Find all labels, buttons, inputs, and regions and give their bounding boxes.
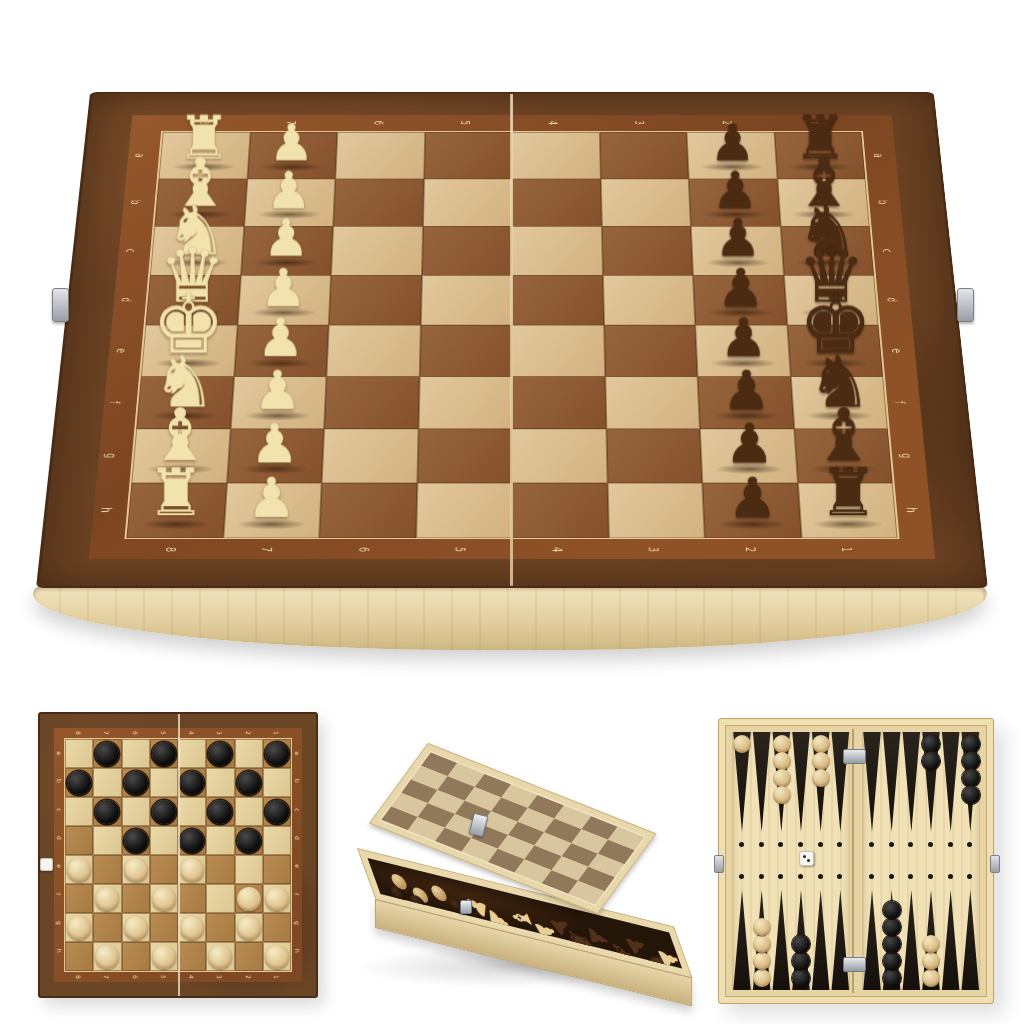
board-coordinate-label: h [100, 508, 114, 513]
checker-piece-dark [265, 742, 289, 766]
clasp-icon [460, 900, 472, 914]
board-coordinate-label: 2 [721, 121, 734, 125]
checker-piece-dark [208, 800, 232, 824]
chess-square [689, 179, 781, 227]
checkers-board: 88aa77bb66cc55dd44ee33ff22gg11hh [38, 712, 318, 998]
backgammon-point [902, 732, 921, 832]
checkers-coordinate-label: b [56, 779, 62, 783]
board-coordinate-label: 3 [647, 547, 661, 552]
checkers-square [263, 942, 291, 971]
backgammon-point [831, 732, 850, 832]
checker-piece-light [124, 858, 148, 882]
chess-square [419, 325, 512, 376]
chess-square [698, 376, 794, 429]
chess-square [335, 132, 424, 178]
board-coordinate-label: 6 [373, 121, 386, 125]
checkers-square [235, 768, 263, 797]
peg-hole [948, 874, 953, 879]
peg-hole [967, 874, 972, 879]
checkers-coordinate-label: a [294, 751, 300, 755]
chess-square [150, 226, 244, 275]
checkers-square [263, 826, 291, 855]
checkers-square [93, 942, 121, 971]
hinge-icon [843, 749, 866, 764]
checkers-coordinate-label: 2 [245, 731, 251, 735]
checkers-square [65, 797, 93, 826]
checkers-coordinate-label: 4 [188, 731, 194, 735]
checkers-square [178, 942, 206, 971]
checker-piece-light [265, 945, 289, 969]
chess-square [154, 179, 247, 227]
checkers-coordinate-label: 6 [132, 975, 138, 979]
checkers-coordinate-label: 3 [216, 975, 222, 979]
checkers-square [235, 739, 263, 768]
board-coordinate-label: c [881, 249, 894, 253]
hinge-icon [843, 957, 866, 972]
chess-square [418, 376, 512, 429]
checkers-coordinate-label: 8 [75, 731, 81, 735]
chess-square [512, 179, 601, 227]
checkers-square [65, 913, 93, 942]
checkers-square [122, 768, 150, 797]
checkers-coordinate-label: g [294, 921, 300, 925]
board-coordinate-label: 8 [198, 121, 211, 125]
checkers-square [263, 855, 291, 884]
backgammon-checker-dark [883, 918, 901, 936]
checkers-square [122, 884, 150, 913]
checker-piece-light [152, 945, 176, 969]
chess-square [512, 275, 604, 325]
chess-square [601, 226, 693, 275]
checkers-square [178, 855, 206, 884]
board-coordinate-label: 4 [551, 547, 565, 552]
chess-square [331, 226, 423, 275]
checkers-square [235, 855, 263, 884]
chess-square [512, 429, 607, 483]
chess-square [794, 429, 893, 483]
checkers-square [65, 826, 93, 855]
backgammon-checker-light [773, 786, 791, 804]
checkers-square [150, 797, 178, 826]
checkers-coordinate-label: g [56, 921, 62, 925]
checker-piece-dark [124, 771, 148, 795]
backgammon-checker-dark [962, 786, 980, 804]
chess-square [512, 132, 600, 178]
checkers-square [206, 942, 234, 971]
chess-square [693, 275, 787, 325]
peg-hole [759, 874, 764, 879]
chess-square [604, 325, 698, 376]
backgammon-point [863, 732, 882, 832]
peg-hole [798, 874, 803, 879]
backgammon-checker-light [773, 735, 791, 753]
checkers-square [206, 855, 234, 884]
board-coordinate-label: d [120, 298, 134, 303]
backgammon-board [718, 718, 994, 1004]
checkers-square [206, 913, 234, 942]
peg-hole [818, 874, 823, 879]
checker-piece-light [124, 916, 148, 940]
checkers-coordinate-label: 5 [160, 731, 166, 735]
checkers-coordinate-label: 7 [103, 731, 109, 735]
chess-square [237, 275, 331, 325]
chess-square [131, 429, 230, 483]
backgammon-checker-dark [883, 952, 901, 970]
chess-square [512, 483, 608, 538]
chess-square [780, 226, 874, 275]
board-coordinate-label: 3 [634, 121, 647, 125]
chess-square [784, 275, 879, 325]
chess-square [420, 275, 512, 325]
checkers-square [150, 942, 178, 971]
peg-hole [778, 874, 783, 879]
backgammon-point [941, 732, 960, 832]
chess-board: 88aa77bb66cc55dd44ee33ff22gg11hh ♜♟♟♜♝♟♟… [36, 92, 988, 588]
checkers-coordinate-label: 7 [103, 975, 109, 979]
chess-folding-seam [510, 94, 513, 586]
backgammon-checker-dark [962, 769, 980, 787]
backgammon-checker-dark [962, 752, 980, 770]
checker-piece-dark [95, 800, 119, 824]
chess-square [159, 132, 250, 178]
clasp-icon [957, 288, 974, 322]
backgammon-checker-light [812, 752, 830, 770]
board-coordinate-label: e [890, 348, 904, 353]
checkers-square [178, 826, 206, 855]
chess-square [797, 483, 897, 538]
chess-square [244, 179, 336, 227]
checkers-square [122, 942, 150, 971]
checkers-coordinate-label: b [294, 779, 300, 783]
board-coordinate-label: g [105, 453, 119, 458]
backgammon-checker-dark [883, 969, 901, 987]
chess-square [790, 376, 887, 429]
board-coordinate-label: d [886, 298, 900, 303]
checkers-square [178, 884, 206, 913]
chess-square [600, 179, 690, 227]
chess-square [512, 376, 606, 429]
checkers-square [93, 913, 121, 942]
chess-square [695, 325, 790, 376]
checker-piece-light [237, 916, 261, 940]
checkers-square [93, 855, 121, 884]
checker-piece-light [67, 916, 91, 940]
board-coordinate-label: b [877, 200, 890, 204]
peg-hole [837, 874, 842, 879]
peg-hole [889, 874, 894, 879]
checkers-square [93, 739, 121, 768]
checker-piece-dark [265, 800, 289, 824]
checkers-square [93, 797, 121, 826]
checkers-square [122, 739, 150, 768]
chess-square [787, 325, 883, 376]
chess-square [774, 132, 865, 178]
checkers-square [263, 913, 291, 942]
checkers-folding-seam [178, 714, 180, 996]
chess-square [230, 376, 326, 429]
checkers-square [122, 797, 150, 826]
backgammon-left-half [732, 732, 850, 990]
peg-hole [889, 842, 894, 847]
checkers-coordinate-label: 6 [132, 731, 138, 735]
backgammon-right-half [862, 732, 980, 990]
storage-box: ♟♟♝♟♟♜♟♝♟♞♟♟ [345, 730, 685, 998]
checkers-square [150, 884, 178, 913]
checkers-square [150, 768, 178, 797]
backgammon-checker-light [753, 952, 771, 970]
chess-square [512, 325, 605, 376]
checker-piece-light [237, 887, 261, 911]
checkers-square [178, 739, 206, 768]
board-coordinate-label: 5 [460, 121, 473, 125]
backgammon-checker-dark [792, 935, 810, 953]
chess-board-surface: 88aa77bb66cc55dd44ee33ff22gg11hh [36, 92, 988, 588]
board-coordinate-label: 7 [286, 121, 299, 125]
board-coordinate-label: 5 [454, 547, 468, 552]
wooden-chip [429, 884, 449, 903]
checkers-square [150, 826, 178, 855]
backgammon-checker-light [922, 935, 940, 953]
backgammon-point [752, 732, 771, 832]
checkers-coordinate-label: 1 [273, 731, 279, 735]
peg-hole [798, 842, 803, 847]
board-coordinate-label: h [905, 508, 919, 513]
checkers-coordinate-label: 8 [75, 975, 81, 979]
peg-hole [869, 874, 874, 879]
clasp-icon [990, 855, 1000, 873]
chess-square [126, 483, 226, 538]
checkers-square [263, 797, 291, 826]
chess-square [227, 429, 325, 483]
chess-square [326, 325, 420, 376]
chess-square [234, 325, 329, 376]
checkers-square [178, 797, 206, 826]
checker-piece-light [180, 916, 204, 940]
chess-square [424, 132, 512, 178]
backgammon-checker-dark [883, 901, 901, 919]
checkers-square [206, 826, 234, 855]
chess-square [702, 483, 801, 538]
checkers-square [93, 768, 121, 797]
peg-hole [967, 842, 972, 847]
checker-piece-light [265, 887, 289, 911]
chess-square [240, 226, 333, 275]
backgammon-checker-dark [883, 935, 901, 953]
checker-piece-light [180, 858, 204, 882]
peg-hole [948, 842, 953, 847]
die-icon [799, 851, 814, 866]
checker-piece-dark [208, 742, 232, 766]
peg-hole [818, 842, 823, 847]
chess-square [329, 275, 422, 325]
checkers-square [65, 739, 93, 768]
board-coordinate-label: c [124, 249, 137, 253]
checkers-square [206, 884, 234, 913]
backgammon-point [902, 890, 921, 990]
checkers-square [235, 797, 263, 826]
checkers-square [263, 739, 291, 768]
peg-hole [928, 874, 933, 879]
peg-hole [908, 874, 913, 879]
checkers-square [150, 739, 178, 768]
checker-piece-dark [67, 771, 91, 795]
backgammon-checker-light [812, 769, 830, 787]
clasp-icon [714, 855, 724, 873]
checkers-square [93, 826, 121, 855]
backgammon-point [772, 890, 791, 990]
backgammon-checker-light [812, 735, 830, 753]
checker-piece-light [95, 945, 119, 969]
checkers-coordinate-label: e [294, 864, 300, 868]
checkers-coordinate-label: d [294, 836, 300, 840]
board-coordinate-label: g [900, 453, 914, 458]
checkers-square [235, 826, 263, 855]
clasp-icon [52, 288, 69, 322]
board-coordinate-label: b [129, 200, 142, 204]
checkers-coordinate-label: 4 [188, 975, 194, 979]
chess-square [607, 483, 705, 538]
checkers-coordinate-label: d [56, 836, 62, 840]
checker-piece-dark [180, 771, 204, 795]
chess-square [136, 376, 233, 429]
checkers-square [93, 884, 121, 913]
backgammon-point [792, 732, 811, 832]
chess-square [512, 226, 603, 275]
checker-piece-light [95, 887, 119, 911]
checkers-square [178, 768, 206, 797]
checker-piece-dark [237, 829, 261, 853]
board-coordinate-label: a [872, 153, 885, 157]
board-coordinate-label: f [893, 401, 907, 404]
backgammon-point [941, 890, 960, 990]
die-icon [40, 858, 53, 871]
checkers-coordinate-label: h [56, 949, 62, 953]
chess-square [333, 179, 423, 227]
chess-square [687, 132, 777, 178]
chess-square [421, 226, 512, 275]
chess-square [223, 483, 322, 538]
backgammon-checker-dark [922, 752, 940, 770]
checkers-square [150, 913, 178, 942]
backgammon-point [961, 890, 980, 990]
checkers-coordinate-label: c [294, 808, 300, 811]
chess-board-section: 88aa77bb66cc55dd44ee33ff22gg11hh ♜♟♟♜♝♟♟… [0, 0, 1024, 700]
peg-hole [739, 842, 744, 847]
board-coordinate-label: f [108, 401, 122, 404]
checker-piece-dark [152, 742, 176, 766]
chess-square [319, 483, 417, 538]
checkers-square [206, 739, 234, 768]
board-coordinate-label: 8 [164, 547, 178, 552]
checkers-square [65, 884, 93, 913]
chess-square [146, 275, 241, 325]
checkers-square [122, 855, 150, 884]
backgammon-point [733, 890, 752, 990]
backgammon-point [811, 890, 830, 990]
checker-piece-dark [152, 800, 176, 824]
backgammon-point [882, 732, 901, 832]
checkers-square [150, 855, 178, 884]
board-coordinate-label: 2 [744, 547, 758, 552]
peg-hole [739, 874, 744, 879]
checkers-coordinate-label: 3 [216, 731, 222, 735]
backgammon-checker-light [773, 752, 791, 770]
backgammon-checker-light [753, 935, 771, 953]
chess-square [247, 132, 337, 178]
peg-hole [908, 842, 913, 847]
chess-square [603, 275, 696, 325]
board-coordinate-label: e [115, 348, 129, 353]
checkers-coordinate-label: a [56, 751, 62, 755]
checkers-square [206, 768, 234, 797]
backgammon-checker-light [773, 769, 791, 787]
checkers-coordinate-label: 1 [273, 975, 279, 979]
chess-square [599, 132, 688, 178]
chess-square [423, 179, 512, 227]
backgammon-checker-dark [962, 735, 980, 753]
checker-piece-light [152, 887, 176, 911]
peg-hole [759, 842, 764, 847]
checkers-square [235, 942, 263, 971]
checker-piece-dark [124, 829, 148, 853]
checker-piece-dark [95, 742, 119, 766]
backgammon-folding-seam [852, 729, 854, 993]
backgammon-checker-light [753, 969, 771, 987]
backgammon-point [863, 890, 882, 990]
checkers-coordinate-label: h [294, 949, 300, 953]
checkers-square [263, 768, 291, 797]
board-coordinate-label: a [134, 153, 147, 157]
checkers-square [65, 942, 93, 971]
checkers-square [65, 855, 93, 884]
chess-square [605, 376, 700, 429]
peg-hole [928, 842, 933, 847]
checker-piece-dark [237, 771, 261, 795]
board-coordinate-label: 6 [357, 547, 371, 552]
checkers-coordinate-label: 2 [245, 975, 251, 979]
checkers-coordinate-label: c [56, 808, 62, 811]
chess-square [417, 429, 512, 483]
chess-square [606, 429, 702, 483]
peg-hole [869, 842, 874, 847]
checkers-square [65, 768, 93, 797]
checkers-square [122, 913, 150, 942]
checker-piece-light [67, 858, 91, 882]
board-coordinate-label: 7 [261, 547, 275, 552]
checker-piece-light [208, 945, 232, 969]
peg-hole [837, 842, 842, 847]
chess-square [691, 226, 784, 275]
chess-square [322, 429, 418, 483]
board-front-edge [33, 586, 987, 650]
backgammon-checker-light [753, 918, 771, 936]
backgammon-point [831, 890, 850, 990]
checkers-square [235, 913, 263, 942]
chess-square [777, 179, 870, 227]
product-photo: 88aa77bb66cc55dd44ee33ff22gg11hh ♜♟♟♜♝♟♟… [0, 0, 1024, 1024]
chess-square [416, 483, 512, 538]
checkers-square [235, 884, 263, 913]
board-coordinate-label: 1 [841, 547, 855, 552]
checkers-square [263, 884, 291, 913]
checkers-coordinate-label: e [56, 864, 62, 868]
peg-hole [778, 842, 783, 847]
checkers-coordinate-label: 5 [160, 975, 166, 979]
chess-square [700, 429, 798, 483]
board-coordinate-label: 1 [808, 121, 821, 125]
checkers-square [122, 826, 150, 855]
checker-piece-dark [180, 829, 204, 853]
